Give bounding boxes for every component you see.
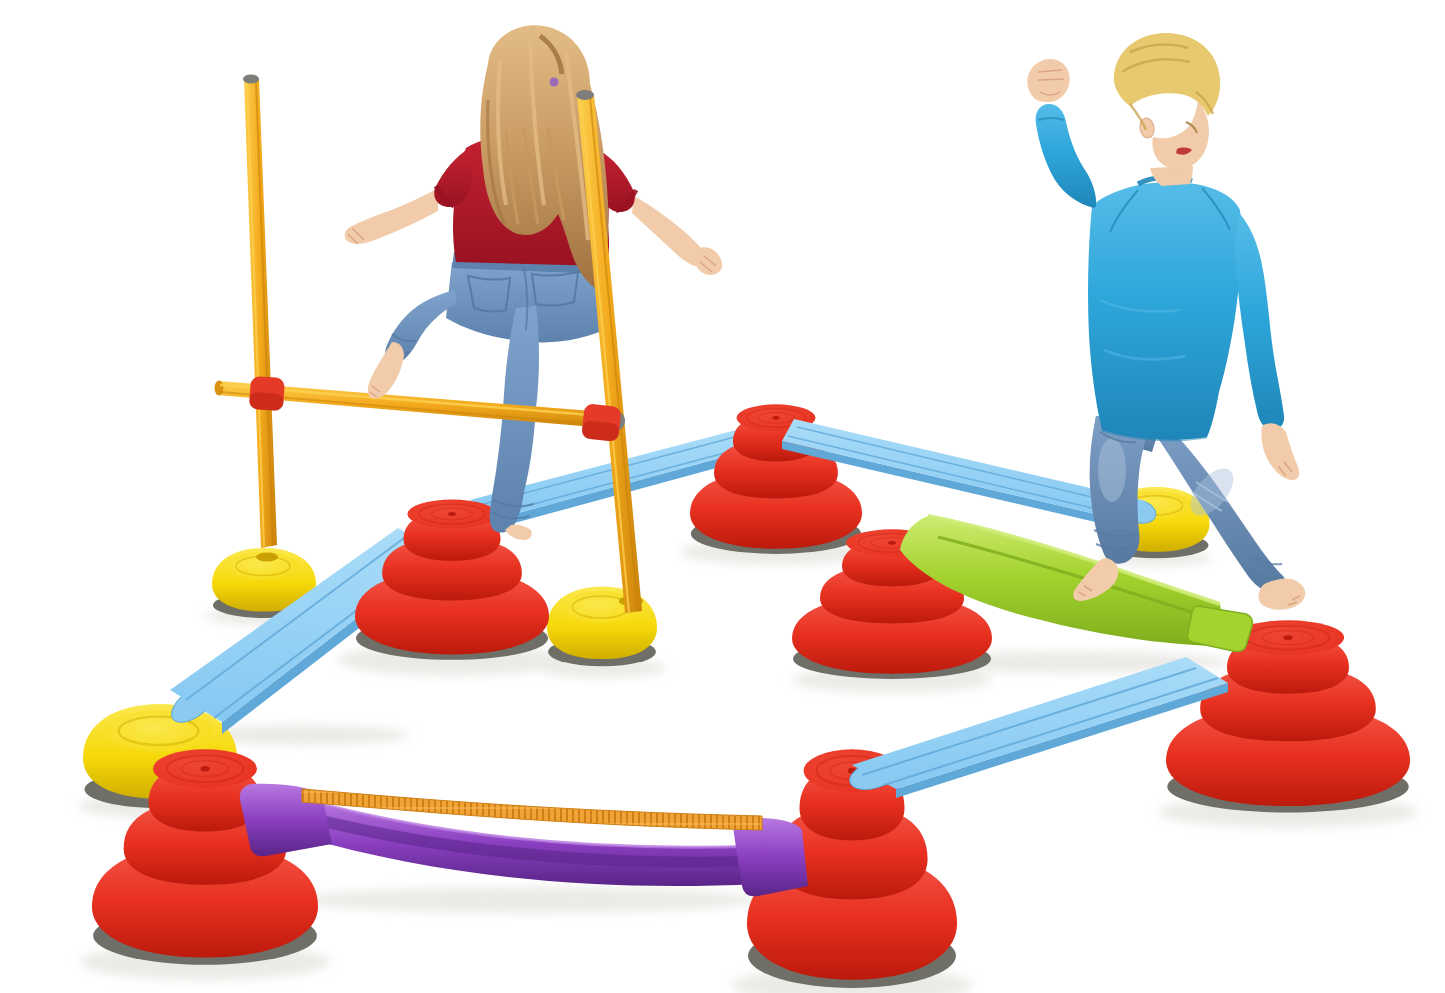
girl-right-arm (632, 196, 722, 275)
stepping-top-right (1166, 620, 1410, 812)
boy-right-fist (1027, 59, 1069, 102)
purple-balance-beam (240, 784, 808, 897)
girl-left-arm (345, 188, 438, 244)
pole-cap-right (576, 90, 594, 100)
balance-course-illustration (0, 0, 1445, 993)
clamp-right (581, 403, 621, 442)
clamp-left (249, 376, 285, 411)
product-photo-stage: Two barefoot children balance on a colou… (0, 0, 1445, 993)
pole-cap-left (243, 75, 259, 84)
pole-hole-left (256, 553, 278, 562)
girl-hair-clip (550, 78, 559, 87)
boy-head (1114, 33, 1220, 186)
boy-face (1152, 100, 1209, 169)
jump-pole-left (243, 75, 277, 549)
boy-left-sleeve (1235, 214, 1284, 429)
stepping-top-girl (355, 500, 549, 660)
girl-right-toes (505, 525, 532, 540)
stepping-top-top-centre (690, 404, 862, 554)
boy-right-sleeve (1036, 104, 1097, 208)
boy-left-hand (1261, 423, 1299, 480)
